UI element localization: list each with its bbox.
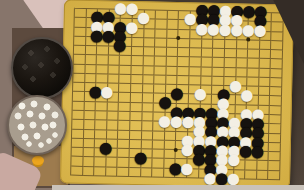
board-cell xyxy=(189,85,201,95)
board-cell xyxy=(109,37,121,47)
board-cell xyxy=(200,95,212,105)
board-cell xyxy=(130,121,142,131)
board-cell xyxy=(153,131,165,141)
board-cell xyxy=(108,84,120,94)
board-cell xyxy=(223,133,235,143)
board-cell xyxy=(120,47,132,57)
board-cell xyxy=(211,160,223,170)
board-cell xyxy=(191,21,203,31)
board-cell xyxy=(258,115,270,125)
board-cell xyxy=(84,102,96,112)
board-cell xyxy=(129,158,141,168)
board-cell xyxy=(153,159,165,169)
board-cell xyxy=(165,131,177,141)
board-cell xyxy=(224,77,236,87)
board-cell xyxy=(133,19,145,29)
board-cell xyxy=(237,22,249,32)
board-cell xyxy=(108,74,120,84)
board-cell xyxy=(154,103,166,113)
board-cell xyxy=(143,66,155,76)
board-cell xyxy=(202,30,214,40)
board-cell xyxy=(121,10,133,20)
board-cell xyxy=(86,18,98,28)
board-cell xyxy=(168,11,180,21)
board-cell xyxy=(72,120,84,130)
board-cell xyxy=(201,67,213,77)
board-cell xyxy=(143,57,155,67)
board-cell xyxy=(247,105,259,115)
board-cell xyxy=(74,55,86,65)
board-cell xyxy=(74,36,86,46)
board-cell xyxy=(259,69,271,79)
board-cell xyxy=(234,170,246,180)
board-cell xyxy=(199,160,211,170)
board-cell xyxy=(167,20,179,30)
board-cell xyxy=(260,50,272,60)
board-cell xyxy=(154,75,166,85)
board-cell xyxy=(178,76,190,86)
board-cell xyxy=(132,56,144,66)
board-cell xyxy=(164,159,176,169)
board-cell xyxy=(236,77,248,87)
board-cell xyxy=(188,132,200,142)
board-cell xyxy=(144,29,156,39)
board-cell xyxy=(86,27,98,37)
board-cell xyxy=(260,31,272,41)
board-cell xyxy=(153,150,165,160)
board-cell xyxy=(152,168,164,178)
board-cell xyxy=(178,48,190,58)
board-cell xyxy=(211,151,223,161)
board-cell xyxy=(212,105,224,115)
board-cell xyxy=(212,95,224,105)
board-cell xyxy=(118,149,130,159)
board-cell xyxy=(188,141,200,151)
board-cell xyxy=(258,133,270,143)
board-cell xyxy=(214,12,226,22)
board-cell xyxy=(235,124,247,134)
board-cell xyxy=(234,151,246,161)
board-cell xyxy=(144,38,156,48)
board-cell xyxy=(223,114,235,124)
board-cell xyxy=(200,104,212,114)
board-cell xyxy=(118,130,130,140)
board-cell xyxy=(96,83,108,93)
board-cell xyxy=(178,57,190,67)
board-cell xyxy=(269,134,281,144)
board-cell xyxy=(225,31,237,41)
board-cell xyxy=(223,123,235,133)
board-cell xyxy=(107,102,119,112)
board-cell xyxy=(166,85,178,95)
board-cell xyxy=(153,122,165,132)
board-cell xyxy=(167,48,179,58)
board-cell xyxy=(121,19,133,29)
board-cell xyxy=(237,40,249,50)
board-cell xyxy=(167,39,179,49)
board-cell xyxy=(248,50,260,60)
board-cell xyxy=(176,141,188,151)
board-cell xyxy=(248,59,260,69)
board-cell xyxy=(95,158,107,168)
board-cell xyxy=(190,30,202,40)
board-cell xyxy=(97,56,109,66)
board-cell xyxy=(108,56,120,66)
board-cell xyxy=(83,157,95,167)
board-cell xyxy=(257,152,269,162)
board-cell xyxy=(106,167,118,177)
board-cell xyxy=(118,158,130,168)
board-cell xyxy=(85,74,97,84)
board-cell xyxy=(235,96,247,106)
board-cell xyxy=(73,74,85,84)
board-cell xyxy=(107,139,119,149)
board-cell xyxy=(131,75,143,85)
board-cell xyxy=(131,103,143,113)
board-cell xyxy=(156,11,168,21)
board-cell xyxy=(72,111,84,121)
board-cell xyxy=(86,9,98,19)
board-cell xyxy=(155,66,167,76)
board-cell xyxy=(269,162,281,172)
board-cell xyxy=(109,28,121,38)
board-cell xyxy=(97,65,109,75)
board-cell xyxy=(176,159,188,169)
board-cell xyxy=(236,49,248,59)
board-cell xyxy=(73,83,85,93)
board-cell xyxy=(167,29,179,39)
board-cell xyxy=(245,170,257,180)
board-cell xyxy=(226,12,238,22)
board-cell xyxy=(154,113,166,123)
board-cell xyxy=(259,96,271,106)
board-cell xyxy=(211,142,223,152)
board-cell xyxy=(166,76,178,86)
board-cell xyxy=(144,10,156,20)
board-cell xyxy=(212,86,224,96)
board-cell xyxy=(107,130,119,140)
board-cell xyxy=(210,170,222,180)
board-cell xyxy=(141,159,153,169)
board-cell xyxy=(155,57,167,67)
board-cell xyxy=(118,140,130,150)
board-cell xyxy=(73,92,85,102)
board-cell xyxy=(83,167,95,177)
board-cell xyxy=(201,58,213,68)
board-cell xyxy=(235,114,247,124)
board-cell xyxy=(176,169,188,179)
board-cell xyxy=(74,46,86,56)
board-cell xyxy=(222,160,234,170)
board-cell xyxy=(248,31,260,41)
board-cell xyxy=(119,102,131,112)
board-cell xyxy=(166,57,178,67)
board-cell xyxy=(235,105,247,115)
board-cell xyxy=(201,76,213,86)
board-cell xyxy=(86,37,98,47)
board-cell xyxy=(165,113,177,123)
board-cell xyxy=(213,67,225,77)
board-cell xyxy=(190,48,202,58)
board-cell xyxy=(84,111,96,121)
board-cell xyxy=(189,76,201,86)
board-cell xyxy=(177,122,189,132)
board-cell xyxy=(106,149,118,159)
board-cell xyxy=(131,93,143,103)
board-cell xyxy=(188,150,200,160)
board-cell xyxy=(237,31,249,41)
board-cell xyxy=(271,78,283,88)
board-cell xyxy=(246,142,258,152)
board-cell xyxy=(109,47,121,57)
board-cell xyxy=(141,149,153,159)
white-stone-bowl xyxy=(7,95,67,155)
board-cell xyxy=(132,38,144,48)
board-cell xyxy=(95,120,107,130)
board-cell xyxy=(225,49,237,59)
board-cell xyxy=(259,78,271,88)
board-cell xyxy=(260,22,272,32)
board-cell xyxy=(270,115,282,125)
board-cell xyxy=(257,171,269,181)
board-cell xyxy=(223,142,235,152)
board-cell xyxy=(96,93,108,103)
board-cell xyxy=(190,67,202,77)
board-cell xyxy=(73,64,85,74)
board-cell xyxy=(260,13,272,23)
board-cell xyxy=(130,131,142,141)
board-cell xyxy=(121,28,133,38)
board-cell xyxy=(247,78,259,88)
board-cell xyxy=(246,152,258,162)
board-cell xyxy=(258,124,270,134)
board-cell xyxy=(120,75,132,85)
board-cell xyxy=(85,55,97,65)
board-cell xyxy=(142,122,154,132)
board-cell xyxy=(155,38,167,48)
board-cell xyxy=(224,86,236,96)
board-cell xyxy=(234,133,246,143)
board-cell xyxy=(120,56,132,66)
board-cell xyxy=(85,65,97,75)
board-cell xyxy=(85,83,97,93)
go-board[interactable]: ●●●●●●●●●●●●●●●●●●●●●●●●●●●●●●●●●●●●●●●●… xyxy=(60,0,294,189)
board-cell xyxy=(132,47,144,57)
board-cell xyxy=(246,133,258,143)
board-cell xyxy=(120,38,132,48)
board-cell xyxy=(211,123,223,133)
board-cell xyxy=(98,18,110,28)
board-cell xyxy=(144,20,156,30)
board-cell xyxy=(165,104,177,114)
board-cell xyxy=(177,104,189,114)
board-cell xyxy=(132,29,144,39)
board-cell xyxy=(213,58,225,68)
board-cell xyxy=(98,9,110,19)
board-cell xyxy=(165,122,177,132)
board-cell xyxy=(202,39,214,49)
board-cell xyxy=(202,21,214,31)
board-cell xyxy=(154,85,166,95)
board-cell xyxy=(270,87,282,97)
board-cell xyxy=(248,40,260,50)
board-cell xyxy=(225,58,237,68)
board-cell xyxy=(164,168,176,178)
board-cell xyxy=(246,124,258,134)
board-cell xyxy=(108,65,120,75)
board-cell xyxy=(142,112,154,122)
board-cell xyxy=(75,9,87,19)
board-cell xyxy=(96,102,108,112)
board-cell xyxy=(268,171,280,181)
board-cell xyxy=(72,139,84,149)
board-cell xyxy=(248,68,260,78)
board-cell xyxy=(199,169,211,179)
board-cell xyxy=(190,58,202,68)
board-cell xyxy=(270,106,282,116)
board-cell xyxy=(94,167,106,177)
board-cell xyxy=(143,47,155,57)
board-cell xyxy=(202,12,214,22)
board-cell xyxy=(247,96,259,106)
board-cell xyxy=(178,67,190,77)
board-cell xyxy=(143,84,155,94)
board-cell xyxy=(74,27,86,37)
board-cell xyxy=(272,22,284,32)
board-cell xyxy=(155,48,167,58)
board-cell xyxy=(245,161,257,171)
board-cell xyxy=(110,9,122,19)
board-cell xyxy=(179,39,191,49)
board-cell xyxy=(120,65,132,75)
board-cell xyxy=(142,131,154,141)
board-cell xyxy=(222,170,234,180)
board-cell xyxy=(270,97,282,107)
board-cell xyxy=(119,84,131,94)
board-cell xyxy=(108,93,120,103)
board-cell xyxy=(141,168,153,178)
board-cell xyxy=(97,46,109,56)
board-cell xyxy=(142,94,154,104)
board-cell xyxy=(72,148,84,158)
board-cell xyxy=(224,68,236,78)
board-cell xyxy=(225,21,237,31)
board-cell xyxy=(236,68,248,78)
board-cell xyxy=(200,123,212,133)
board-cell xyxy=(213,49,225,59)
board-cell xyxy=(156,29,168,39)
board-cell xyxy=(223,105,235,115)
board-cell xyxy=(179,20,191,30)
board-cell xyxy=(271,60,283,70)
board-cell xyxy=(84,130,96,140)
board-cell xyxy=(247,87,259,97)
amber-object xyxy=(32,156,44,165)
board-cell xyxy=(234,142,246,152)
board-cell xyxy=(130,112,142,122)
board-cell xyxy=(272,32,284,42)
board-cell xyxy=(119,112,131,122)
board-cell xyxy=(107,111,119,121)
board-cell xyxy=(201,86,213,96)
board-cell xyxy=(237,12,249,22)
board-cell xyxy=(74,18,86,28)
board-cell xyxy=(165,141,177,151)
board-cell xyxy=(188,123,200,133)
board-cell xyxy=(71,157,83,167)
board-cell xyxy=(224,96,236,106)
board-cell xyxy=(189,104,201,114)
board-cell xyxy=(246,115,258,125)
board-cell xyxy=(269,124,281,134)
board-cell xyxy=(249,22,261,32)
board-cell xyxy=(164,150,176,160)
board-cell xyxy=(177,113,189,123)
board-cell xyxy=(222,151,234,161)
board-cell xyxy=(213,40,225,50)
board-cell xyxy=(212,114,224,124)
board-cell xyxy=(249,13,261,23)
board-cell xyxy=(199,151,211,161)
board-cell xyxy=(176,132,188,142)
board-cell xyxy=(73,101,85,111)
board-cell xyxy=(190,39,202,49)
board-cell xyxy=(96,74,108,84)
go-lattice[interactable] xyxy=(70,8,284,181)
board-cell xyxy=(84,92,96,102)
board-cell xyxy=(97,28,109,38)
board-cell xyxy=(202,49,214,59)
board-cell xyxy=(188,113,200,123)
board-cell xyxy=(271,50,283,60)
board-cell xyxy=(106,158,118,168)
board-cell xyxy=(269,143,281,153)
board-cell xyxy=(154,94,166,104)
board-cell xyxy=(142,103,154,113)
board-cell xyxy=(143,75,155,85)
board-cell xyxy=(234,161,246,171)
board-cell xyxy=(95,139,107,149)
board-cell xyxy=(177,85,189,95)
board-cell xyxy=(119,93,131,103)
board-cell xyxy=(131,66,143,76)
black-stone-bowl xyxy=(11,37,73,99)
board-cell xyxy=(95,148,107,158)
board-cell xyxy=(260,41,272,51)
board-cell xyxy=(259,87,271,97)
board-cell xyxy=(187,160,199,170)
board-cell xyxy=(83,139,95,149)
board-cell xyxy=(72,129,84,139)
board-cell xyxy=(179,30,191,40)
board-cell xyxy=(109,19,121,29)
board-cell xyxy=(200,114,212,124)
board-cell xyxy=(166,66,178,76)
board-cell xyxy=(199,141,211,151)
board-cell xyxy=(213,77,225,87)
board-cell xyxy=(71,166,83,176)
board-cell xyxy=(236,59,248,69)
board-cell xyxy=(189,95,201,105)
board-cell xyxy=(129,168,141,178)
board-cell xyxy=(269,152,281,162)
board-cell xyxy=(85,46,97,56)
board-cell xyxy=(83,148,95,158)
board-cell xyxy=(271,41,283,51)
board-cell xyxy=(141,140,153,150)
board-cell xyxy=(96,111,108,121)
board-cell xyxy=(271,69,283,79)
